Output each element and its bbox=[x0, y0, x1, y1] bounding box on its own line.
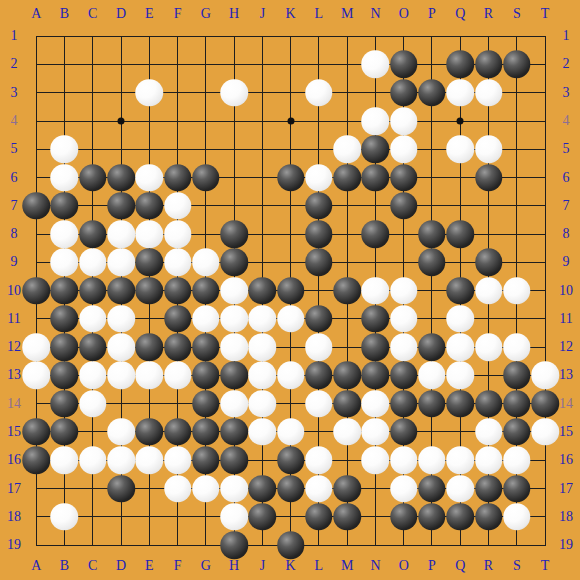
white-stone bbox=[51, 136, 79, 164]
black-stone bbox=[390, 503, 418, 531]
star-point bbox=[118, 118, 125, 125]
black-stone bbox=[164, 418, 192, 446]
black-stone bbox=[305, 192, 333, 220]
black-stone bbox=[418, 220, 446, 248]
black-stone bbox=[192, 362, 220, 390]
white-stone bbox=[107, 249, 135, 277]
white-stone bbox=[362, 277, 390, 305]
white-stone bbox=[164, 362, 192, 390]
black-stone bbox=[333, 362, 361, 390]
white-stone bbox=[79, 249, 107, 277]
white-stone bbox=[136, 447, 164, 475]
black-stone bbox=[503, 418, 531, 446]
black-stone bbox=[107, 192, 135, 220]
black-stone bbox=[107, 277, 135, 305]
white-stone bbox=[220, 503, 248, 531]
black-stone bbox=[305, 220, 333, 248]
white-stone bbox=[107, 418, 135, 446]
black-stone bbox=[249, 503, 277, 531]
white-stone bbox=[220, 79, 248, 107]
black-stone bbox=[305, 305, 333, 333]
black-stone bbox=[305, 362, 333, 390]
black-stone bbox=[418, 475, 446, 503]
white-stone bbox=[164, 249, 192, 277]
white-stone bbox=[305, 164, 333, 192]
white-stone bbox=[503, 333, 531, 361]
black-stone bbox=[51, 192, 79, 220]
white-stone bbox=[362, 390, 390, 418]
black-stone bbox=[192, 418, 220, 446]
white-stone bbox=[220, 390, 248, 418]
white-stone bbox=[51, 503, 79, 531]
black-stone bbox=[51, 390, 79, 418]
white-stone bbox=[305, 79, 333, 107]
white-stone bbox=[249, 390, 277, 418]
black-stone bbox=[418, 503, 446, 531]
white-stone bbox=[475, 79, 503, 107]
grid-line bbox=[545, 36, 546, 546]
white-stone bbox=[503, 447, 531, 475]
black-stone bbox=[475, 164, 503, 192]
white-stone bbox=[277, 362, 305, 390]
black-stone bbox=[390, 79, 418, 107]
white-stone bbox=[249, 305, 277, 333]
black-stone bbox=[475, 390, 503, 418]
white-stone bbox=[390, 277, 418, 305]
black-stone bbox=[362, 220, 390, 248]
black-stone bbox=[362, 362, 390, 390]
black-stone bbox=[220, 362, 248, 390]
black-stone bbox=[418, 79, 446, 107]
black-stone bbox=[475, 503, 503, 531]
black-stone bbox=[447, 503, 475, 531]
white-stone bbox=[362, 418, 390, 446]
white-stone bbox=[333, 136, 361, 164]
white-stone bbox=[277, 418, 305, 446]
white-stone bbox=[136, 79, 164, 107]
white-stone bbox=[362, 51, 390, 79]
black-stone bbox=[192, 164, 220, 192]
white-stone bbox=[51, 447, 79, 475]
black-stone bbox=[192, 333, 220, 361]
black-stone bbox=[79, 220, 107, 248]
black-stone bbox=[333, 277, 361, 305]
white-stone bbox=[277, 305, 305, 333]
black-stone bbox=[503, 51, 531, 79]
black-stone bbox=[475, 475, 503, 503]
black-stone bbox=[51, 418, 79, 446]
star-point bbox=[457, 118, 464, 125]
black-stone bbox=[277, 531, 305, 559]
white-stone bbox=[475, 277, 503, 305]
go-board: ABCDEFGHJKLMNOPQRST ABCDEFGHJKLMNOPQRST … bbox=[0, 0, 580, 580]
white-stone bbox=[107, 362, 135, 390]
white-stone bbox=[362, 447, 390, 475]
white-stone bbox=[475, 136, 503, 164]
black-stone bbox=[51, 362, 79, 390]
white-stone bbox=[447, 305, 475, 333]
black-stone bbox=[22, 277, 50, 305]
white-stone bbox=[79, 447, 107, 475]
white-stone bbox=[164, 475, 192, 503]
black-stone bbox=[22, 447, 50, 475]
board-grid[interactable] bbox=[0, 0, 580, 580]
black-stone bbox=[107, 164, 135, 192]
white-stone bbox=[447, 362, 475, 390]
black-stone bbox=[362, 333, 390, 361]
black-stone bbox=[136, 277, 164, 305]
white-stone bbox=[79, 362, 107, 390]
black-stone bbox=[220, 447, 248, 475]
white-stone bbox=[22, 362, 50, 390]
black-stone bbox=[277, 277, 305, 305]
black-stone bbox=[220, 220, 248, 248]
black-stone bbox=[333, 164, 361, 192]
black-stone bbox=[79, 164, 107, 192]
white-stone bbox=[249, 418, 277, 446]
black-stone bbox=[51, 277, 79, 305]
black-stone bbox=[136, 333, 164, 361]
black-stone bbox=[390, 418, 418, 446]
black-stone bbox=[277, 164, 305, 192]
white-stone bbox=[164, 220, 192, 248]
black-stone bbox=[305, 249, 333, 277]
white-stone bbox=[531, 362, 559, 390]
white-stone bbox=[475, 333, 503, 361]
white-stone bbox=[447, 79, 475, 107]
white-stone bbox=[390, 475, 418, 503]
black-stone bbox=[164, 333, 192, 361]
white-stone bbox=[503, 277, 531, 305]
white-stone bbox=[333, 418, 361, 446]
white-stone bbox=[418, 362, 446, 390]
white-stone bbox=[249, 333, 277, 361]
black-stone bbox=[333, 503, 361, 531]
black-stone bbox=[249, 277, 277, 305]
black-stone bbox=[277, 475, 305, 503]
black-stone bbox=[390, 51, 418, 79]
white-stone bbox=[79, 390, 107, 418]
black-stone bbox=[136, 192, 164, 220]
white-stone bbox=[475, 418, 503, 446]
black-stone bbox=[418, 333, 446, 361]
white-stone bbox=[390, 447, 418, 475]
black-stone bbox=[390, 192, 418, 220]
black-stone bbox=[79, 277, 107, 305]
white-stone bbox=[390, 305, 418, 333]
white-stone bbox=[136, 164, 164, 192]
white-stone bbox=[79, 305, 107, 333]
white-stone bbox=[51, 220, 79, 248]
black-stone bbox=[79, 333, 107, 361]
black-stone bbox=[362, 136, 390, 164]
white-stone bbox=[305, 447, 333, 475]
black-stone bbox=[192, 447, 220, 475]
black-stone bbox=[447, 277, 475, 305]
black-stone bbox=[418, 390, 446, 418]
white-stone bbox=[503, 503, 531, 531]
black-stone bbox=[390, 164, 418, 192]
black-stone bbox=[503, 475, 531, 503]
white-stone bbox=[447, 136, 475, 164]
black-stone bbox=[136, 418, 164, 446]
white-stone bbox=[107, 305, 135, 333]
black-stone bbox=[333, 390, 361, 418]
white-stone bbox=[418, 447, 446, 475]
white-stone bbox=[390, 136, 418, 164]
star-point bbox=[287, 118, 294, 125]
black-stone bbox=[305, 503, 333, 531]
black-stone bbox=[249, 475, 277, 503]
black-stone bbox=[220, 249, 248, 277]
black-stone bbox=[220, 531, 248, 559]
white-stone bbox=[531, 418, 559, 446]
black-stone bbox=[22, 192, 50, 220]
white-stone bbox=[107, 333, 135, 361]
black-stone bbox=[136, 249, 164, 277]
white-stone bbox=[220, 475, 248, 503]
black-stone bbox=[503, 362, 531, 390]
white-stone bbox=[164, 447, 192, 475]
black-stone bbox=[475, 249, 503, 277]
white-stone bbox=[192, 305, 220, 333]
black-stone bbox=[447, 390, 475, 418]
white-stone bbox=[447, 475, 475, 503]
black-stone bbox=[447, 51, 475, 79]
black-stone bbox=[362, 164, 390, 192]
black-stone bbox=[192, 390, 220, 418]
white-stone bbox=[362, 107, 390, 135]
black-stone bbox=[51, 305, 79, 333]
black-stone bbox=[192, 277, 220, 305]
white-stone bbox=[305, 390, 333, 418]
white-stone bbox=[475, 447, 503, 475]
white-stone bbox=[192, 475, 220, 503]
white-stone bbox=[51, 249, 79, 277]
white-stone bbox=[447, 333, 475, 361]
white-stone bbox=[390, 333, 418, 361]
black-stone bbox=[164, 164, 192, 192]
black-stone bbox=[107, 475, 135, 503]
white-stone bbox=[22, 333, 50, 361]
black-stone bbox=[277, 447, 305, 475]
white-stone bbox=[447, 447, 475, 475]
white-stone bbox=[51, 164, 79, 192]
white-stone bbox=[107, 220, 135, 248]
black-stone bbox=[22, 418, 50, 446]
black-stone bbox=[390, 362, 418, 390]
white-stone bbox=[305, 333, 333, 361]
white-stone bbox=[220, 333, 248, 361]
white-stone bbox=[164, 192, 192, 220]
black-stone bbox=[418, 249, 446, 277]
black-stone bbox=[503, 390, 531, 418]
black-stone bbox=[362, 305, 390, 333]
white-stone bbox=[136, 362, 164, 390]
black-stone bbox=[164, 277, 192, 305]
black-stone bbox=[531, 390, 559, 418]
white-stone bbox=[192, 249, 220, 277]
white-stone bbox=[249, 362, 277, 390]
black-stone bbox=[220, 418, 248, 446]
black-stone bbox=[390, 390, 418, 418]
black-stone bbox=[447, 220, 475, 248]
white-stone bbox=[305, 475, 333, 503]
black-stone bbox=[51, 333, 79, 361]
white-stone bbox=[136, 220, 164, 248]
white-stone bbox=[390, 107, 418, 135]
black-stone bbox=[333, 475, 361, 503]
white-stone bbox=[220, 277, 248, 305]
black-stone bbox=[475, 51, 503, 79]
black-stone bbox=[164, 305, 192, 333]
white-stone bbox=[220, 305, 248, 333]
white-stone bbox=[107, 447, 135, 475]
